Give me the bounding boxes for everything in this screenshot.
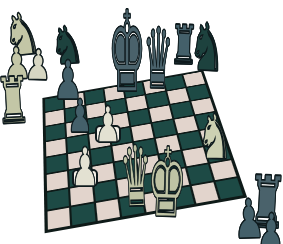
chess-illustration: ♞♟♟♜♞♟♟♚♛♜♞♟♞♟♛♚♜♟♟: [0, 0, 283, 244]
piece-white-pawn-b3: ♟: [70, 141, 99, 195]
piece-white-rook-offboard-left: ♜: [0, 68, 32, 134]
piece-black-king-d8: ♚: [108, 0, 146, 108]
piece-black-pawn-b6: ♟: [67, 93, 93, 139]
piece-black-knight-h8: ♞: [187, 14, 227, 82]
piece-white-knight-g4: ♞: [196, 106, 235, 169]
pieces-layer: ♞♟♟♜♞♟♟♚♛♜♞♟♞♟♛♚♜♟♟: [0, 0, 283, 244]
piece-white-king-e2: ♚: [146, 135, 189, 232]
piece-black-pawn-offboard-right-2: ♟: [256, 206, 283, 244]
